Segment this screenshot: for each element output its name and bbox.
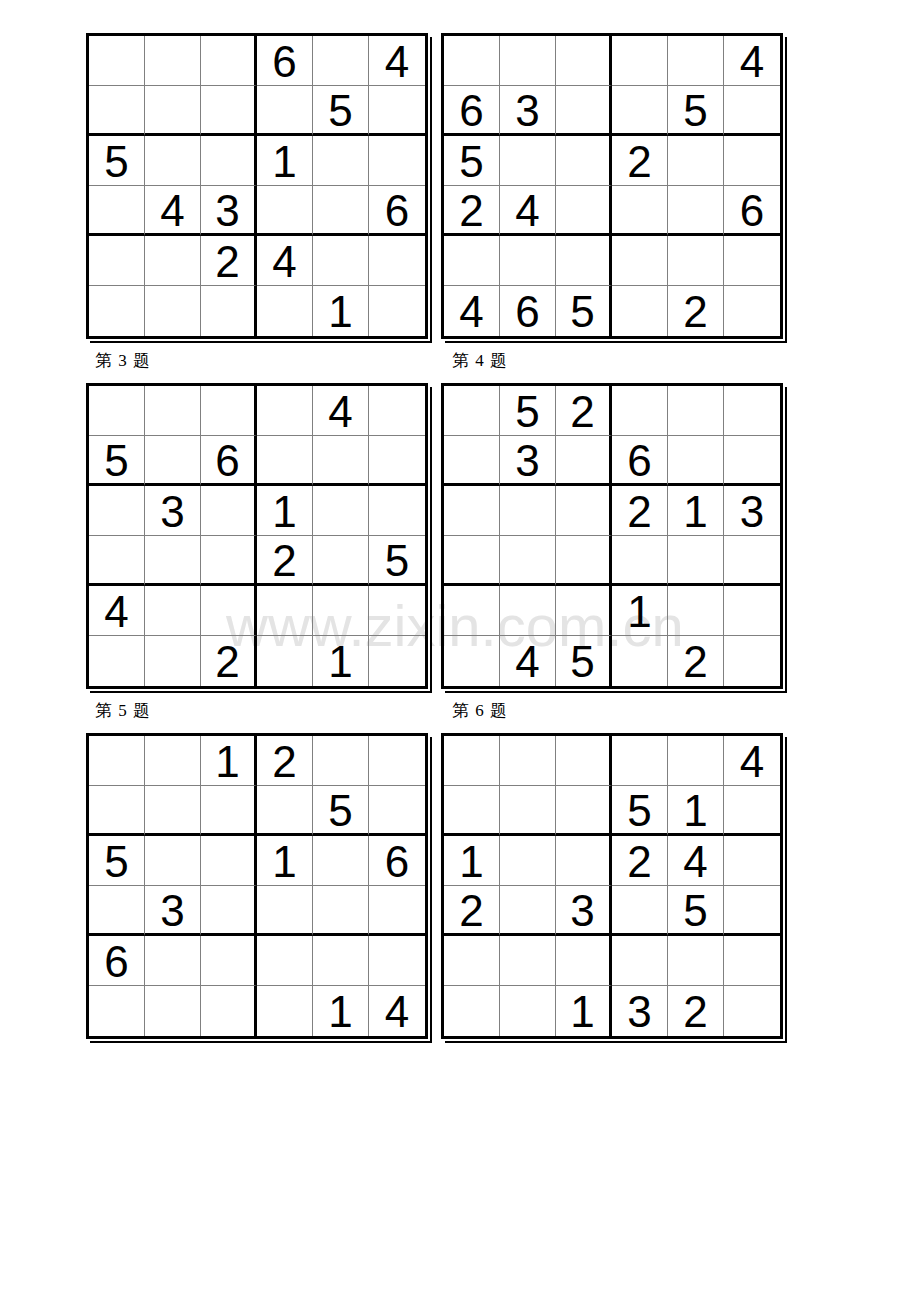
puzzle-4-cell-r3c4: 2 [612,136,668,186]
puzzle-5-cell-r4c5 [313,536,369,586]
puzzle-8-cell-r4c1: 2 [444,886,500,936]
puzzle-6-cell-r4c3 [556,536,612,586]
puzzle-3-cell-r1c4: 6 [257,36,313,86]
puzzle-8-cell-r4c6 [724,886,780,936]
puzzle-6-cell-r6c5: 2 [668,636,724,686]
puzzle-4-cell-r1c6: 4 [724,36,780,86]
puzzle-8-cell-r3c6 [724,836,780,886]
puzzle-4-cell-r2c2: 3 [500,86,556,136]
puzzle-4-cell-r5c1 [444,236,500,286]
puzzle-7-cell-r2c3 [201,786,257,836]
puzzle-3-label: 第 3 题 [95,352,151,369]
puzzle-4-cell-r1c2 [500,36,556,86]
puzzle-3-cell-r3c2 [145,136,201,186]
puzzle-8-cell-r1c6: 4 [724,736,780,786]
puzzle-8-cell-r1c4 [612,736,668,786]
sudoku-board-puzzle-7: 1255163614 [86,733,428,1039]
puzzle-7-cell-r4c1 [89,886,145,936]
puzzle-6-label: 第 6 题 [452,702,508,719]
puzzle-3-cell-r2c6 [369,86,425,136]
puzzle-5-cell-r3c5 [313,486,369,536]
puzzle-8-cell-r2c2 [500,786,556,836]
puzzle-8-cell-r4c4 [612,886,668,936]
worksheet-page: www.zixin.com.cn 64551436241 46355224646… [0,0,920,1302]
puzzle-3-cell-r1c3 [201,36,257,86]
puzzle-4-cell-r1c1 [444,36,500,86]
puzzle-4-cell-r3c5 [668,136,724,186]
puzzle-5-cell-r3c3 [201,486,257,536]
puzzle-4-cell-r6c3: 5 [556,286,612,336]
puzzle-4-cell-r6c4 [612,286,668,336]
puzzle-7-cell-r5c5 [313,936,369,986]
puzzle-4-cell-r4c2: 4 [500,186,556,236]
puzzle-8-cell-r6c1 [444,986,500,1036]
puzzle-6-cell-r1c6 [724,386,780,436]
puzzle-8-cell-r6c4: 3 [612,986,668,1036]
puzzle-5-cell-r1c5: 4 [313,386,369,436]
puzzle-3-cell-r4c2: 4 [145,186,201,236]
puzzle-3-cell-r2c5: 5 [313,86,369,136]
puzzle-7-cell-r2c6 [369,786,425,836]
puzzle-5-cell-r2c1: 5 [89,436,145,486]
puzzle-5-cell-r4c4: 2 [257,536,313,586]
puzzle-7-cell-r6c4 [257,986,313,1036]
puzzle-8-cell-r5c6 [724,936,780,986]
puzzle-8-cell-r2c6 [724,786,780,836]
puzzle-7-cell-r6c6: 4 [369,986,425,1036]
puzzle-3-cell-r3c4: 1 [257,136,313,186]
puzzle-8-cell-r5c1 [444,936,500,986]
puzzle-3-cell-r1c5 [313,36,369,86]
puzzle-5-cell-r5c3 [201,586,257,636]
puzzle-4-cell-r4c4 [612,186,668,236]
puzzle-5-cell-r2c2 [145,436,201,486]
puzzle-8-cell-r3c4: 2 [612,836,668,886]
puzzle-6-cell-r3c6: 3 [724,486,780,536]
puzzle-8-cell-r2c1 [444,786,500,836]
puzzle-3-cell-r5c1 [89,236,145,286]
puzzle-7-cell-r6c5: 1 [313,986,369,1036]
puzzle-3-cell-r4c4 [257,186,313,236]
puzzle-8-cell-r3c5: 4 [668,836,724,886]
puzzle-7-cell-r5c3 [201,936,257,986]
puzzle-8-cell-r2c5: 1 [668,786,724,836]
puzzle-6-cell-r1c1 [444,386,500,436]
puzzle-5-cell-r6c6 [369,636,425,686]
puzzle-5-cell-r2c5 [313,436,369,486]
puzzle-3-cell-r6c2 [145,286,201,336]
puzzle-7-cell-r4c2: 3 [145,886,201,936]
puzzle-4-cell-r4c5 [668,186,724,236]
puzzle-8-cell-r5c4 [612,936,668,986]
puzzle-3-cell-r4c6: 6 [369,186,425,236]
puzzle-7-cell-r4c3 [201,886,257,936]
puzzle-3-cell-r6c6 [369,286,425,336]
puzzle-3-cell-r6c1 [89,286,145,336]
puzzle-6-cell-r5c3 [556,586,612,636]
puzzle-7-cell-r2c4 [257,786,313,836]
puzzle-7-cell-r1c4: 2 [257,736,313,786]
puzzle-4-cell-r6c2: 6 [500,286,556,336]
puzzle-4-cell-r6c1: 4 [444,286,500,336]
puzzle-6-cell-r4c1 [444,536,500,586]
puzzle-4-cell-r3c3 [556,136,612,186]
puzzle-4-cell-r3c1: 5 [444,136,500,186]
puzzle-3-cell-r5c6 [369,236,425,286]
puzzle-7-cell-r6c1 [89,986,145,1036]
puzzle-5-cell-r3c6 [369,486,425,536]
puzzle-6-cell-r2c3 [556,436,612,486]
puzzle-6-cell-r3c5: 1 [668,486,724,536]
puzzle-5-cell-r5c2 [145,586,201,636]
puzzle-5-cell-r3c4: 1 [257,486,313,536]
puzzle-7-cell-r1c1 [89,736,145,786]
puzzle-6-cell-r2c6 [724,436,780,486]
puzzle-3-cell-r3c3 [201,136,257,186]
puzzle-6-cell-r4c6 [724,536,780,586]
puzzle-6-cell-r2c2: 3 [500,436,556,486]
puzzle-8-cell-r4c3: 3 [556,886,612,936]
puzzle-4-cell-r2c5: 5 [668,86,724,136]
puzzle-5-cell-r1c3 [201,386,257,436]
puzzle-5-cell-r6c4 [257,636,313,686]
puzzle-4-cell-r5c6 [724,236,780,286]
puzzle-4-cell-r6c5: 2 [668,286,724,336]
puzzle-3-cell-r5c2 [145,236,201,286]
puzzle-3-cell-r1c6: 4 [369,36,425,86]
puzzle-7-cell-r1c3: 1 [201,736,257,786]
puzzle-8-cell-r1c2 [500,736,556,786]
sudoku-board-puzzle-5: 4563125421 [86,383,428,689]
puzzle-5-cell-r3c1 [89,486,145,536]
puzzle-5-cell-r2c6 [369,436,425,486]
puzzle-4-cell-r2c3 [556,86,612,136]
puzzle-4-cell-r1c3 [556,36,612,86]
puzzle-6-cell-r6c6 [724,636,780,686]
puzzle-3-cell-r5c3: 2 [201,236,257,286]
puzzle-6-cell-r2c5 [668,436,724,486]
puzzle-4-cell-r1c4 [612,36,668,86]
puzzle-3-cell-r2c3 [201,86,257,136]
puzzle-8-cell-r1c3 [556,736,612,786]
puzzle-5-cell-r1c2 [145,386,201,436]
puzzle-5-cell-r1c1 [89,386,145,436]
sudoku-board-puzzle-3: 64551436241 [86,33,428,339]
puzzle-3-cell-r3c6 [369,136,425,186]
puzzle-6-cell-r6c4 [612,636,668,686]
puzzle-4-cell-r3c2 [500,136,556,186]
puzzle-5-cell-r2c4 [257,436,313,486]
puzzle-6-cell-r1c4 [612,386,668,436]
puzzle-3-cell-r1c2 [145,36,201,86]
puzzle-7-cell-r2c1 [89,786,145,836]
puzzle-6-cell-r4c5 [668,536,724,586]
puzzle-7-cell-r5c2 [145,936,201,986]
puzzle-8-cell-r6c2 [500,986,556,1036]
puzzle-3-cell-r1c1 [89,36,145,86]
puzzle-7-cell-r3c1: 5 [89,836,145,886]
puzzle-5-cell-r4c2 [145,536,201,586]
puzzle-5-cell-r6c2 [145,636,201,686]
puzzle-7-cell-r2c2 [145,786,201,836]
puzzle-7-cell-r5c4 [257,936,313,986]
puzzle-7-cell-r4c5 [313,886,369,936]
puzzle-6-cell-r5c5 [668,586,724,636]
puzzle-7-cell-r1c6 [369,736,425,786]
puzzle-4-cell-r5c3 [556,236,612,286]
puzzle-6-cell-r3c2 [500,486,556,536]
puzzle-7-cell-r3c4: 1 [257,836,313,886]
puzzle-6-cell-r5c4: 1 [612,586,668,636]
puzzle-5-cell-r5c4 [257,586,313,636]
puzzle-6-cell-r3c3 [556,486,612,536]
puzzle-6-cell-r5c6 [724,586,780,636]
puzzle-5-cell-r1c4 [257,386,313,436]
puzzle-4-cell-r2c6 [724,86,780,136]
puzzle-4-cell-r4c6: 6 [724,186,780,236]
puzzle-8-cell-r6c6 [724,986,780,1036]
puzzle-6-cell-r5c2 [500,586,556,636]
puzzle-4-cell-r2c4 [612,86,668,136]
puzzle-7-cell-r5c1: 6 [89,936,145,986]
puzzle-3-cell-r3c1: 5 [89,136,145,186]
puzzle-4-cell-r3c6 [724,136,780,186]
puzzle-3-cell-r2c4 [257,86,313,136]
puzzle-8-cell-r3c2 [500,836,556,886]
sudoku-board-puzzle-6: 52362131452 [441,383,783,689]
puzzle-8-cell-r1c5 [668,736,724,786]
puzzle-3-cell-r5c5 [313,236,369,286]
puzzle-7-cell-r1c5 [313,736,369,786]
puzzle-5-cell-r5c5 [313,586,369,636]
puzzle-4-cell-r5c4 [612,236,668,286]
puzzle-8-cell-r2c4: 5 [612,786,668,836]
puzzle-4-cell-r1c5 [668,36,724,86]
puzzle-7-cell-r3c3 [201,836,257,886]
puzzle-3-cell-r3c5 [313,136,369,186]
puzzle-6-cell-r1c3: 2 [556,386,612,436]
puzzle-5-label: 第 5 题 [95,702,151,719]
puzzle-6-cell-r3c1 [444,486,500,536]
puzzle-6-cell-r5c1 [444,586,500,636]
puzzle-3-cell-r2c2 [145,86,201,136]
puzzle-7-cell-r3c6: 6 [369,836,425,886]
puzzle-8-cell-r5c2 [500,936,556,986]
puzzle-5-cell-r5c6 [369,586,425,636]
puzzle-6-cell-r1c2: 5 [500,386,556,436]
puzzle-5-cell-r6c5: 1 [313,636,369,686]
puzzle-8-cell-r3c1: 1 [444,836,500,886]
puzzle-6-cell-r4c4 [612,536,668,586]
puzzle-6-cell-r2c4: 6 [612,436,668,486]
puzzle-5-cell-r3c2: 3 [145,486,201,536]
puzzle-4-cell-r5c2 [500,236,556,286]
puzzle-7-cell-r5c6 [369,936,425,986]
puzzle-5-cell-r4c1 [89,536,145,586]
puzzle-3-cell-r5c4: 4 [257,236,313,286]
puzzle-3-cell-r4c3: 3 [201,186,257,236]
puzzle-7-cell-r4c4 [257,886,313,936]
puzzle-3-cell-r6c5: 1 [313,286,369,336]
puzzle-3-cell-r4c5 [313,186,369,236]
puzzle-3-cell-r2c1 [89,86,145,136]
puzzle-7-cell-r4c6 [369,886,425,936]
puzzle-3-cell-r6c3 [201,286,257,336]
puzzle-8-cell-r4c5: 5 [668,886,724,936]
puzzle-6-cell-r2c1 [444,436,500,486]
puzzle-5-cell-r4c6: 5 [369,536,425,586]
puzzle-7-cell-r3c2 [145,836,201,886]
puzzle-4-cell-r2c1: 6 [444,86,500,136]
puzzle-6-cell-r6c3: 5 [556,636,612,686]
puzzle-6-cell-r3c4: 2 [612,486,668,536]
puzzle-8-cell-r5c3 [556,936,612,986]
puzzle-6-cell-r6c1 [444,636,500,686]
puzzle-5-cell-r4c3 [201,536,257,586]
sudoku-board-puzzle-8: 451124235132 [441,733,783,1039]
puzzle-3-cell-r6c4 [257,286,313,336]
puzzle-5-cell-r6c1 [89,636,145,686]
puzzle-5-cell-r1c6 [369,386,425,436]
puzzle-3-cell-r4c1 [89,186,145,236]
puzzle-6-cell-r4c2 [500,536,556,586]
puzzle-4-cell-r5c5 [668,236,724,286]
sudoku-board-puzzle-4: 4635522464652 [441,33,783,339]
puzzle-8-cell-r3c3 [556,836,612,886]
puzzle-5-cell-r6c3: 2 [201,636,257,686]
puzzle-8-cell-r5c5 [668,936,724,986]
puzzle-7-cell-r6c2 [145,986,201,1036]
puzzle-4-label: 第 4 题 [452,352,508,369]
puzzle-7-cell-r1c2 [145,736,201,786]
puzzle-8-cell-r1c1 [444,736,500,786]
puzzle-8-cell-r4c2 [500,886,556,936]
puzzle-5-cell-r2c3: 6 [201,436,257,486]
puzzle-7-cell-r3c5 [313,836,369,886]
puzzle-6-cell-r1c5 [668,386,724,436]
puzzle-4-cell-r6c6 [724,286,780,336]
puzzle-7-cell-r2c5: 5 [313,786,369,836]
puzzle-4-cell-r4c1: 2 [444,186,500,236]
puzzle-6-cell-r6c2: 4 [500,636,556,686]
puzzle-8-cell-r2c3 [556,786,612,836]
puzzle-4-cell-r4c3 [556,186,612,236]
puzzle-8-cell-r6c5: 2 [668,986,724,1036]
puzzle-7-cell-r6c3 [201,986,257,1036]
puzzle-5-cell-r5c1: 4 [89,586,145,636]
puzzle-8-cell-r6c3: 1 [556,986,612,1036]
